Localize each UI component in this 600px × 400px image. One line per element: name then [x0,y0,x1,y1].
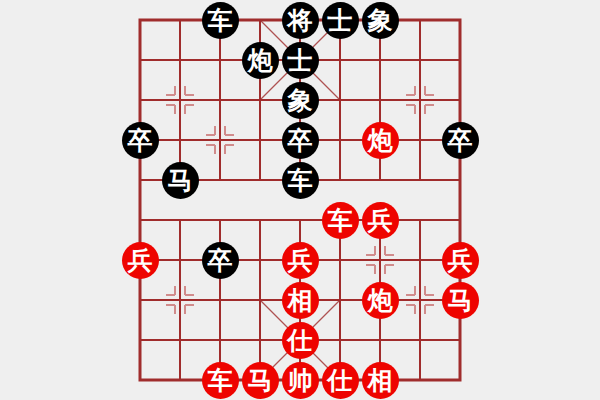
xiangqi-app: 车将士象炮士象卒卒炮卒马车车兵兵卒兵兵相炮马仕车马帅仕相 [0,0,600,400]
piece-black-elephant[interactable]: 象 [282,82,319,119]
piece-red-soldier[interactable]: 兵 [282,242,319,279]
piece-red-chariot[interactable]: 车 [322,202,359,239]
piece-red-elephant[interactable]: 相 [282,282,319,319]
piece-red-advisor[interactable]: 仕 [322,362,359,399]
piece-red-cannon[interactable]: 炮 [362,282,399,319]
piece-black-advisor[interactable]: 士 [282,42,319,79]
piece-black-soldier[interactable]: 卒 [282,122,319,159]
piece-black-chariot[interactable]: 车 [202,2,239,39]
piece-black-soldier[interactable]: 卒 [202,242,239,279]
piece-red-horse[interactable]: 马 [442,282,479,319]
xiangqi-board[interactable]: 车将士象炮士象卒卒炮卒马车车兵兵卒兵兵相炮马仕车马帅仕相 [120,0,480,400]
piece-red-soldier[interactable]: 兵 [362,202,399,239]
piece-red-horse[interactable]: 马 [242,362,279,399]
piece-red-general[interactable]: 帅 [282,362,319,399]
piece-black-horse[interactable]: 马 [162,162,199,199]
piece-black-advisor[interactable]: 士 [322,2,359,39]
piece-black-chariot[interactable]: 车 [282,162,319,199]
piece-black-soldier[interactable]: 卒 [122,122,159,159]
piece-red-advisor[interactable]: 仕 [282,322,319,359]
piece-black-cannon[interactable]: 炮 [242,42,279,79]
piece-red-cannon[interactable]: 炮 [362,122,399,159]
piece-black-soldier[interactable]: 卒 [442,122,479,159]
piece-red-soldier[interactable]: 兵 [442,242,479,279]
piece-black-elephant[interactable]: 象 [362,2,399,39]
piece-red-chariot[interactable]: 车 [202,362,239,399]
piece-red-elephant[interactable]: 相 [362,362,399,399]
piece-black-general[interactable]: 将 [282,2,319,39]
piece-red-soldier[interactable]: 兵 [122,242,159,279]
